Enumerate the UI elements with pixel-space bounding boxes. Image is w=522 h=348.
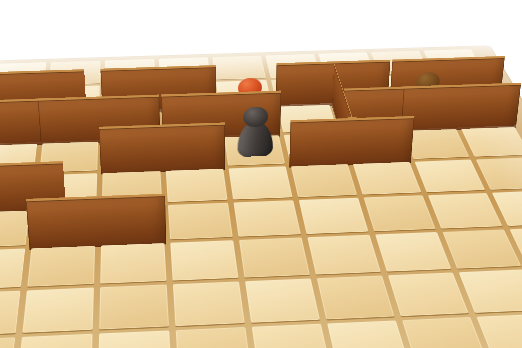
board-cell-f5[interactable] [291, 164, 357, 197]
board-cell-g4[interactable] [364, 195, 436, 231]
board-cell-a1[interactable] [0, 337, 15, 348]
pawn-black[interactable] [235, 106, 277, 159]
board-cell-f3[interactable] [307, 235, 380, 275]
board-cell-e3[interactable] [239, 238, 310, 278]
board-cell-e9[interactable] [212, 56, 266, 80]
board-cell-e5[interactable] [229, 166, 293, 199]
pawn-body [238, 122, 274, 159]
board-cell-c3[interactable] [100, 243, 166, 284]
wall-h-c5[interactable] [99, 122, 225, 174]
board-cell-a4[interactable] [0, 210, 30, 247]
board-cell-c1[interactable] [98, 330, 172, 348]
board-cell-b3[interactable] [27, 246, 95, 287]
wall-h-h6[interactable] [401, 83, 522, 133]
board-cell-f4[interactable] [299, 198, 369, 234]
board-cell-g5[interactable] [353, 162, 421, 195]
quoridor-board [0, 46, 522, 348]
board-cell-d2[interactable] [173, 281, 245, 326]
wall-h-f5[interactable] [289, 116, 414, 168]
wall-h-b3[interactable] [25, 194, 166, 251]
board-cell-d4[interactable] [168, 203, 233, 240]
board-cell-d5[interactable] [166, 169, 228, 202]
quoridor-photo-scene [0, 0, 522, 348]
board-cell-d3[interactable] [170, 240, 238, 280]
board-cell-e2[interactable] [245, 278, 320, 322]
board-cell-b2[interactable] [22, 288, 93, 333]
board-cell-b1[interactable] [17, 334, 93, 348]
board-cell-d1[interactable] [176, 327, 252, 348]
board-cell-c2[interactable] [99, 285, 169, 330]
board-cell-e1[interactable] [252, 324, 331, 348]
board-cell-e4[interactable] [234, 200, 301, 236]
board-cell-f2[interactable] [317, 275, 395, 319]
